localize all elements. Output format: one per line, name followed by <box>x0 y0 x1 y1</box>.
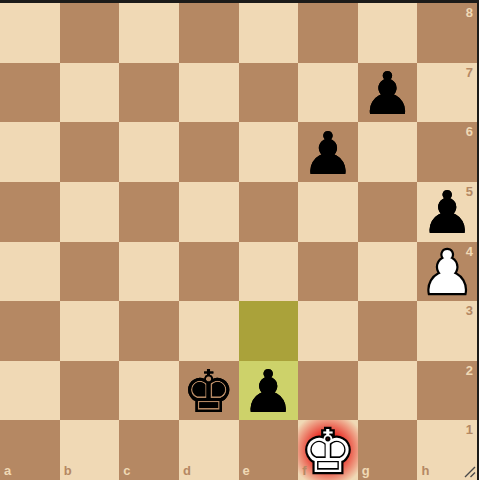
square-h4[interactable]: 4 <box>417 242 477 302</box>
square-c7[interactable] <box>119 63 179 123</box>
square-e1[interactable]: e <box>239 420 299 480</box>
square-a1[interactable]: a <box>0 420 60 480</box>
file-label-h: h <box>421 464 429 477</box>
square-d4[interactable] <box>179 242 239 302</box>
chess-board: 8765432abcdefg1h <box>0 3 477 480</box>
square-e6[interactable] <box>239 122 299 182</box>
rank-label-1: 1 <box>466 423 473 436</box>
square-g7[interactable] <box>358 63 418 123</box>
square-d2[interactable] <box>179 361 239 421</box>
square-h8[interactable]: 8 <box>417 3 477 63</box>
square-b2[interactable] <box>60 361 120 421</box>
square-d8[interactable] <box>179 3 239 63</box>
square-f2[interactable] <box>298 361 358 421</box>
square-g8[interactable] <box>358 3 418 63</box>
square-g5[interactable] <box>358 182 418 242</box>
rank-label-3: 3 <box>466 304 473 317</box>
black-pawn[interactable] <box>417 182 477 242</box>
square-a2[interactable] <box>0 361 60 421</box>
square-c8[interactable] <box>119 3 179 63</box>
square-h7[interactable]: 7 <box>417 63 477 123</box>
rank-label-6: 6 <box>466 125 473 138</box>
square-e2-lastmove-highlight[interactable] <box>239 361 299 421</box>
black-pawn[interactable] <box>239 361 299 421</box>
square-d7[interactable] <box>179 63 239 123</box>
square-h6[interactable]: 6 <box>417 122 477 182</box>
square-a7[interactable] <box>0 63 60 123</box>
square-b5[interactable] <box>60 182 120 242</box>
white-king[interactable] <box>298 420 358 480</box>
black-king[interactable] <box>179 361 239 421</box>
square-h2[interactable]: 2 <box>417 361 477 421</box>
square-d3[interactable] <box>179 301 239 361</box>
square-d5[interactable] <box>179 182 239 242</box>
square-b1[interactable]: b <box>60 420 120 480</box>
resize-grip-lines <box>465 467 475 477</box>
square-f3[interactable] <box>298 301 358 361</box>
square-c2[interactable] <box>119 361 179 421</box>
square-h5[interactable]: 5 <box>417 182 477 242</box>
square-a3[interactable] <box>0 301 60 361</box>
square-a4[interactable] <box>0 242 60 302</box>
square-e5[interactable] <box>239 182 299 242</box>
file-label-d: d <box>183 464 191 477</box>
square-g1[interactable]: g <box>358 420 418 480</box>
square-b7[interactable] <box>60 63 120 123</box>
square-a6[interactable] <box>0 122 60 182</box>
square-a5[interactable] <box>0 182 60 242</box>
square-c6[interactable] <box>119 122 179 182</box>
square-b4[interactable] <box>60 242 120 302</box>
square-g3[interactable] <box>358 301 418 361</box>
square-f1[interactable]: f <box>298 420 358 480</box>
rank-label-2: 2 <box>466 364 473 377</box>
square-c1[interactable]: c <box>119 420 179 480</box>
file-label-e: e <box>243 464 250 477</box>
square-f5[interactable] <box>298 182 358 242</box>
board-resize-handle-icon[interactable] <box>464 466 476 478</box>
square-e7[interactable] <box>239 63 299 123</box>
file-label-g: g <box>362 464 370 477</box>
rank-label-7: 7 <box>466 66 473 79</box>
square-d6[interactable] <box>179 122 239 182</box>
square-h3[interactable]: 3 <box>417 301 477 361</box>
square-f7[interactable] <box>298 63 358 123</box>
square-c3[interactable] <box>119 301 179 361</box>
black-pawn[interactable] <box>358 63 418 123</box>
square-c4[interactable] <box>119 242 179 302</box>
square-f6[interactable] <box>298 122 358 182</box>
square-d1[interactable]: d <box>179 420 239 480</box>
file-label-a: a <box>4 464 11 477</box>
square-e8[interactable] <box>239 3 299 63</box>
square-c5[interactable] <box>119 182 179 242</box>
file-label-c: c <box>123 464 130 477</box>
square-g6[interactable] <box>358 122 418 182</box>
square-e3-lastmove-highlight[interactable] <box>239 301 299 361</box>
rank-label-8: 8 <box>466 6 473 19</box>
file-label-b: b <box>64 464 72 477</box>
page: 8765432abcdefg1h <box>0 0 479 480</box>
square-g2[interactable] <box>358 361 418 421</box>
square-f8[interactable] <box>298 3 358 63</box>
black-pawn[interactable] <box>298 122 358 182</box>
square-b8[interactable] <box>60 3 120 63</box>
square-f4[interactable] <box>298 242 358 302</box>
square-b6[interactable] <box>60 122 120 182</box>
square-b3[interactable] <box>60 301 120 361</box>
square-a8[interactable] <box>0 3 60 63</box>
square-e4[interactable] <box>239 242 299 302</box>
white-pawn[interactable] <box>417 242 477 302</box>
square-g4[interactable] <box>358 242 418 302</box>
